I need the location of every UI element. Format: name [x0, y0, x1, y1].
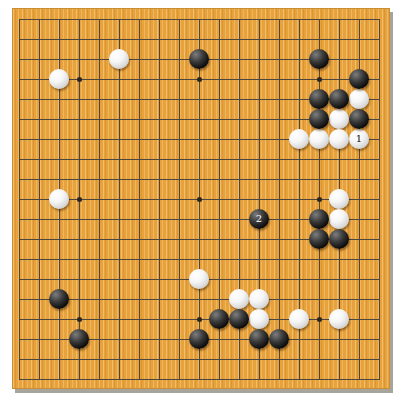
stone-black	[329, 89, 349, 109]
move-number-label: 1	[356, 134, 362, 144]
stone-white	[49, 189, 69, 209]
star-point	[77, 197, 82, 202]
stone-black	[309, 109, 329, 129]
stone-black	[269, 329, 289, 349]
stone-black	[249, 329, 269, 349]
star-point	[77, 77, 82, 82]
stone-black	[309, 229, 329, 249]
stone-white	[189, 269, 209, 289]
stone-black	[329, 229, 349, 249]
go-diagram-page: 12	[0, 0, 400, 400]
stone-white	[329, 109, 349, 129]
stone-black	[189, 329, 209, 349]
stone-black-move-2: 2	[249, 209, 269, 229]
stone-white	[249, 289, 269, 309]
stone-black	[309, 209, 329, 229]
stone-white-move-1: 1	[349, 129, 369, 149]
stone-white	[229, 289, 249, 309]
star-point	[197, 317, 202, 322]
move-number-label: 2	[256, 214, 262, 224]
stone-white	[329, 209, 349, 229]
stone-white	[329, 129, 349, 149]
stone-black	[309, 89, 329, 109]
stone-white	[329, 309, 349, 329]
star-point	[77, 317, 82, 322]
stone-white	[289, 129, 309, 149]
star-point	[197, 197, 202, 202]
star-point	[317, 77, 322, 82]
stone-white	[289, 309, 309, 329]
go-board: 12	[12, 8, 390, 389]
stone-black	[309, 49, 329, 69]
stone-white	[309, 129, 329, 149]
stone-black	[229, 309, 249, 329]
board-grid: 12	[19, 19, 380, 380]
star-point	[317, 197, 322, 202]
stone-white	[349, 89, 369, 109]
stone-black	[69, 329, 89, 349]
stone-black	[49, 289, 69, 309]
stone-white	[249, 309, 269, 329]
star-point	[197, 77, 202, 82]
stone-black	[349, 109, 369, 129]
stone-black	[209, 309, 229, 329]
stone-white	[49, 69, 69, 89]
stone-white	[109, 49, 129, 69]
stone-black	[189, 49, 209, 69]
star-point	[317, 317, 322, 322]
stone-white	[329, 189, 349, 209]
stone-black	[349, 69, 369, 89]
